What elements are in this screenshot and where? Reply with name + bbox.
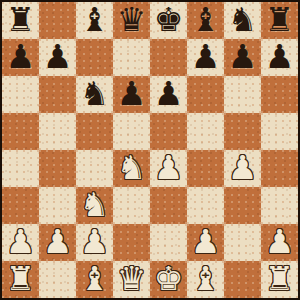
square-a4[interactable] [2, 150, 39, 187]
square-b5[interactable] [39, 113, 76, 150]
square-d4[interactable]: ♞ [113, 150, 150, 187]
square-d1[interactable]: ♛ [113, 261, 150, 298]
piece-black-pawn[interactable]: ♟ [228, 40, 258, 73]
square-d3[interactable] [113, 187, 150, 224]
piece-white-queen[interactable]: ♛ [117, 262, 147, 295]
square-g7[interactable]: ♟ [224, 39, 261, 76]
square-e1[interactable]: ♚ [150, 261, 187, 298]
square-e3[interactable] [150, 187, 187, 224]
piece-white-rook[interactable]: ♜ [6, 262, 36, 295]
piece-white-pawn[interactable]: ♟ [80, 225, 110, 258]
square-f3[interactable] [187, 187, 224, 224]
piece-white-pawn[interactable]: ♟ [43, 225, 73, 258]
square-g6[interactable] [224, 76, 261, 113]
square-d7[interactable] [113, 39, 150, 76]
square-e7[interactable] [150, 39, 187, 76]
square-f8[interactable]: ♝ [187, 2, 224, 39]
piece-black-pawn[interactable]: ♟ [154, 77, 184, 110]
square-h2[interactable]: ♟ [261, 224, 298, 261]
piece-white-pawn[interactable]: ♟ [191, 225, 221, 258]
square-d6[interactable]: ♟ [113, 76, 150, 113]
piece-black-king[interactable]: ♚ [154, 3, 184, 36]
square-c7[interactable] [76, 39, 113, 76]
square-e8[interactable]: ♚ [150, 2, 187, 39]
square-f1[interactable]: ♝ [187, 261, 224, 298]
square-c6[interactable]: ♞ [76, 76, 113, 113]
piece-black-rook[interactable]: ♜ [6, 3, 36, 36]
piece-white-pawn[interactable]: ♟ [154, 151, 184, 184]
piece-black-pawn[interactable]: ♟ [191, 40, 221, 73]
piece-white-pawn[interactable]: ♟ [6, 225, 36, 258]
square-c1[interactable]: ♝ [76, 261, 113, 298]
piece-black-pawn[interactable]: ♟ [265, 40, 295, 73]
square-g3[interactable] [224, 187, 261, 224]
square-b7[interactable]: ♟ [39, 39, 76, 76]
square-a8[interactable]: ♜ [2, 2, 39, 39]
piece-black-pawn[interactable]: ♟ [6, 40, 36, 73]
square-h8[interactable]: ♜ [261, 2, 298, 39]
square-b4[interactable] [39, 150, 76, 187]
square-g2[interactable] [224, 224, 261, 261]
square-c3[interactable]: ♞ [76, 187, 113, 224]
piece-white-pawn[interactable]: ♟ [228, 151, 258, 184]
piece-white-king[interactable]: ♚ [154, 262, 184, 295]
square-f5[interactable] [187, 113, 224, 150]
piece-black-pawn[interactable]: ♟ [117, 77, 147, 110]
square-b8[interactable] [39, 2, 76, 39]
square-b6[interactable] [39, 76, 76, 113]
piece-black-knight[interactable]: ♞ [80, 77, 110, 110]
piece-black-bishop[interactable]: ♝ [80, 3, 110, 36]
square-h3[interactable] [261, 187, 298, 224]
square-a7[interactable]: ♟ [2, 39, 39, 76]
square-e2[interactable] [150, 224, 187, 261]
square-f7[interactable]: ♟ [187, 39, 224, 76]
square-c8[interactable]: ♝ [76, 2, 113, 39]
square-f2[interactable]: ♟ [187, 224, 224, 261]
piece-white-bishop[interactable]: ♝ [80, 262, 110, 295]
square-f6[interactable] [187, 76, 224, 113]
square-b2[interactable]: ♟ [39, 224, 76, 261]
square-h4[interactable] [261, 150, 298, 187]
square-h6[interactable] [261, 76, 298, 113]
square-c2[interactable]: ♟ [76, 224, 113, 261]
square-h5[interactable] [261, 113, 298, 150]
square-g4[interactable]: ♟ [224, 150, 261, 187]
piece-black-knight[interactable]: ♞ [228, 3, 258, 36]
square-e6[interactable]: ♟ [150, 76, 187, 113]
square-f4[interactable] [187, 150, 224, 187]
square-g5[interactable] [224, 113, 261, 150]
piece-black-rook[interactable]: ♜ [265, 3, 295, 36]
piece-black-bishop[interactable]: ♝ [191, 3, 221, 36]
piece-white-rook[interactable]: ♜ [265, 262, 295, 295]
square-d2[interactable] [113, 224, 150, 261]
piece-black-queen[interactable]: ♛ [117, 3, 147, 36]
square-d8[interactable]: ♛ [113, 2, 150, 39]
square-d5[interactable] [113, 113, 150, 150]
square-a6[interactable] [2, 76, 39, 113]
square-g1[interactable] [224, 261, 261, 298]
square-a5[interactable] [2, 113, 39, 150]
chess-board: ♜♝♛♚♝♞♜♟♟♟♟♟♞♟♟♞♟♟♞♟♟♟♟♟♜♝♛♚♝♜ [0, 0, 300, 300]
piece-white-knight[interactable]: ♞ [117, 151, 147, 184]
piece-black-pawn[interactable]: ♟ [43, 40, 73, 73]
square-g8[interactable]: ♞ [224, 2, 261, 39]
piece-white-knight[interactable]: ♞ [80, 188, 110, 221]
square-h7[interactable]: ♟ [261, 39, 298, 76]
square-a1[interactable]: ♜ [2, 261, 39, 298]
piece-white-pawn[interactable]: ♟ [265, 225, 295, 258]
square-c4[interactable] [76, 150, 113, 187]
square-e4[interactable]: ♟ [150, 150, 187, 187]
square-b1[interactable] [39, 261, 76, 298]
square-b3[interactable] [39, 187, 76, 224]
square-a2[interactable]: ♟ [2, 224, 39, 261]
piece-white-bishop[interactable]: ♝ [191, 262, 221, 295]
square-e5[interactable] [150, 113, 187, 150]
square-c5[interactable] [76, 113, 113, 150]
square-h1[interactable]: ♜ [261, 261, 298, 298]
square-a3[interactable] [2, 187, 39, 224]
